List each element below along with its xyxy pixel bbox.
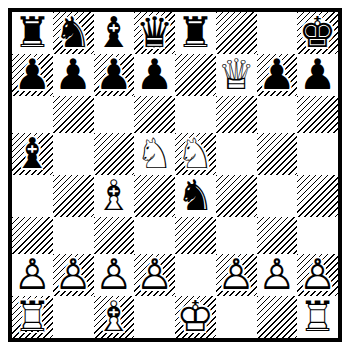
white-pawn-piece[interactable]: ♙ <box>54 254 92 296</box>
square-b6[interactable] <box>53 96 94 133</box>
square-c7[interactable]: ♟♟ <box>94 54 135 96</box>
square-h5[interactable] <box>297 133 338 175</box>
square-b3[interactable] <box>53 217 94 254</box>
square-d7[interactable]: ♟♟ <box>134 54 175 96</box>
black-knight-piece[interactable]: ♞ <box>177 175 215 217</box>
square-e4[interactable]: ♞♞ <box>175 175 216 217</box>
chess-board: ♜♜♞♞♝♝♛♛♜♜♚♚♟♟♟♟♟♟♟♟♛♕♟♟♟♟♝♝♞♘♞♘♝♗♞♞♟♙♟♙… <box>8 8 342 342</box>
square-c6[interactable] <box>94 96 135 133</box>
black-bishop-piece[interactable]: ♝ <box>95 12 133 54</box>
white-pawn-piece[interactable]: ♙ <box>136 254 174 296</box>
square-c2[interactable]: ♟♙ <box>94 254 135 296</box>
square-e5[interactable]: ♞♘ <box>175 133 216 175</box>
square-g6[interactable] <box>257 96 298 133</box>
square-f8[interactable] <box>216 12 257 54</box>
square-b5[interactable] <box>53 133 94 175</box>
black-pawn-piece[interactable]: ♟ <box>299 54 337 96</box>
black-pawn-piece[interactable]: ♟ <box>136 54 174 96</box>
square-h8[interactable]: ♚♚ <box>297 12 338 54</box>
square-a4[interactable] <box>12 175 53 217</box>
square-f6[interactable] <box>216 96 257 133</box>
square-e8[interactable]: ♜♜ <box>175 12 216 54</box>
square-h6[interactable] <box>297 96 338 133</box>
square-f2[interactable]: ♟♙ <box>216 254 257 296</box>
square-h4[interactable] <box>297 175 338 217</box>
square-c1[interactable]: ♝♗ <box>94 296 135 338</box>
square-e3[interactable] <box>175 217 216 254</box>
square-a2[interactable]: ♟♙ <box>12 254 53 296</box>
square-g2[interactable]: ♟♙ <box>257 254 298 296</box>
white-pawn-piece[interactable]: ♙ <box>258 254 296 296</box>
square-d5[interactable]: ♞♘ <box>134 133 175 175</box>
white-pawn-piece[interactable]: ♙ <box>95 254 133 296</box>
square-g4[interactable] <box>257 175 298 217</box>
square-d2[interactable]: ♟♙ <box>134 254 175 296</box>
square-d3[interactable] <box>134 217 175 254</box>
white-rook-piece[interactable]: ♖ <box>14 296 52 338</box>
square-c3[interactable] <box>94 217 135 254</box>
black-pawn-piece[interactable]: ♟ <box>14 54 52 96</box>
black-king-piece[interactable]: ♚ <box>299 12 337 54</box>
white-rook-piece[interactable]: ♖ <box>299 296 337 338</box>
square-f3[interactable] <box>216 217 257 254</box>
square-a1[interactable]: ♜♖ <box>12 296 53 338</box>
square-g3[interactable] <box>257 217 298 254</box>
square-b1[interactable] <box>53 296 94 338</box>
square-h1[interactable]: ♜♖ <box>297 296 338 338</box>
square-c5[interactable] <box>94 133 135 175</box>
square-a3[interactable] <box>12 217 53 254</box>
black-bishop-piece[interactable]: ♝ <box>14 133 52 175</box>
square-a8[interactable]: ♜♜ <box>12 12 53 54</box>
square-g5[interactable] <box>257 133 298 175</box>
black-pawn-piece[interactable]: ♟ <box>95 54 133 96</box>
black-rook-piece[interactable]: ♜ <box>14 12 52 54</box>
square-g1[interactable] <box>257 296 298 338</box>
white-knight-piece[interactable]: ♘ <box>177 133 215 175</box>
square-b8[interactable]: ♞♞ <box>53 12 94 54</box>
square-g7[interactable]: ♟♟ <box>257 54 298 96</box>
white-pawn-piece[interactable]: ♙ <box>299 254 337 296</box>
square-f1[interactable] <box>216 296 257 338</box>
square-b2[interactable]: ♟♙ <box>53 254 94 296</box>
square-a7[interactable]: ♟♟ <box>12 54 53 96</box>
square-d8[interactable]: ♛♛ <box>134 12 175 54</box>
square-e1[interactable]: ♚♔ <box>175 296 216 338</box>
black-knight-piece[interactable]: ♞ <box>54 12 92 54</box>
square-d4[interactable] <box>134 175 175 217</box>
square-f7[interactable]: ♛♕ <box>216 54 257 96</box>
white-bishop-piece[interactable]: ♗ <box>95 296 133 338</box>
square-c4[interactable]: ♝♗ <box>94 175 135 217</box>
square-e2[interactable] <box>175 254 216 296</box>
square-d1[interactable] <box>134 296 175 338</box>
white-bishop-piece[interactable]: ♗ <box>95 175 133 217</box>
square-f4[interactable] <box>216 175 257 217</box>
white-pawn-piece[interactable]: ♙ <box>14 254 52 296</box>
square-f5[interactable] <box>216 133 257 175</box>
square-d6[interactable] <box>134 96 175 133</box>
square-h2[interactable]: ♟♙ <box>297 254 338 296</box>
white-pawn-piece[interactable]: ♙ <box>217 254 255 296</box>
square-e6[interactable] <box>175 96 216 133</box>
square-a5[interactable]: ♝♝ <box>12 133 53 175</box>
square-b7[interactable]: ♟♟ <box>53 54 94 96</box>
square-b4[interactable] <box>53 175 94 217</box>
square-h3[interactable] <box>297 217 338 254</box>
black-pawn-piece[interactable]: ♟ <box>258 54 296 96</box>
black-queen-piece[interactable]: ♛ <box>136 12 174 54</box>
black-rook-piece[interactable]: ♜ <box>177 12 215 54</box>
square-a6[interactable] <box>12 96 53 133</box>
chess-diagram: ♜♜♞♞♝♝♛♛♜♜♚♚♟♟♟♟♟♟♟♟♛♕♟♟♟♟♝♝♞♘♞♘♝♗♞♞♟♙♟♙… <box>0 0 350 350</box>
square-c8[interactable]: ♝♝ <box>94 12 135 54</box>
white-knight-piece[interactable]: ♘ <box>136 133 174 175</box>
square-h7[interactable]: ♟♟ <box>297 54 338 96</box>
white-king-piece[interactable]: ♔ <box>177 296 215 338</box>
square-g8[interactable] <box>257 12 298 54</box>
white-queen-piece[interactable]: ♕ <box>217 54 255 96</box>
square-e7[interactable] <box>175 54 216 96</box>
black-pawn-piece[interactable]: ♟ <box>54 54 92 96</box>
